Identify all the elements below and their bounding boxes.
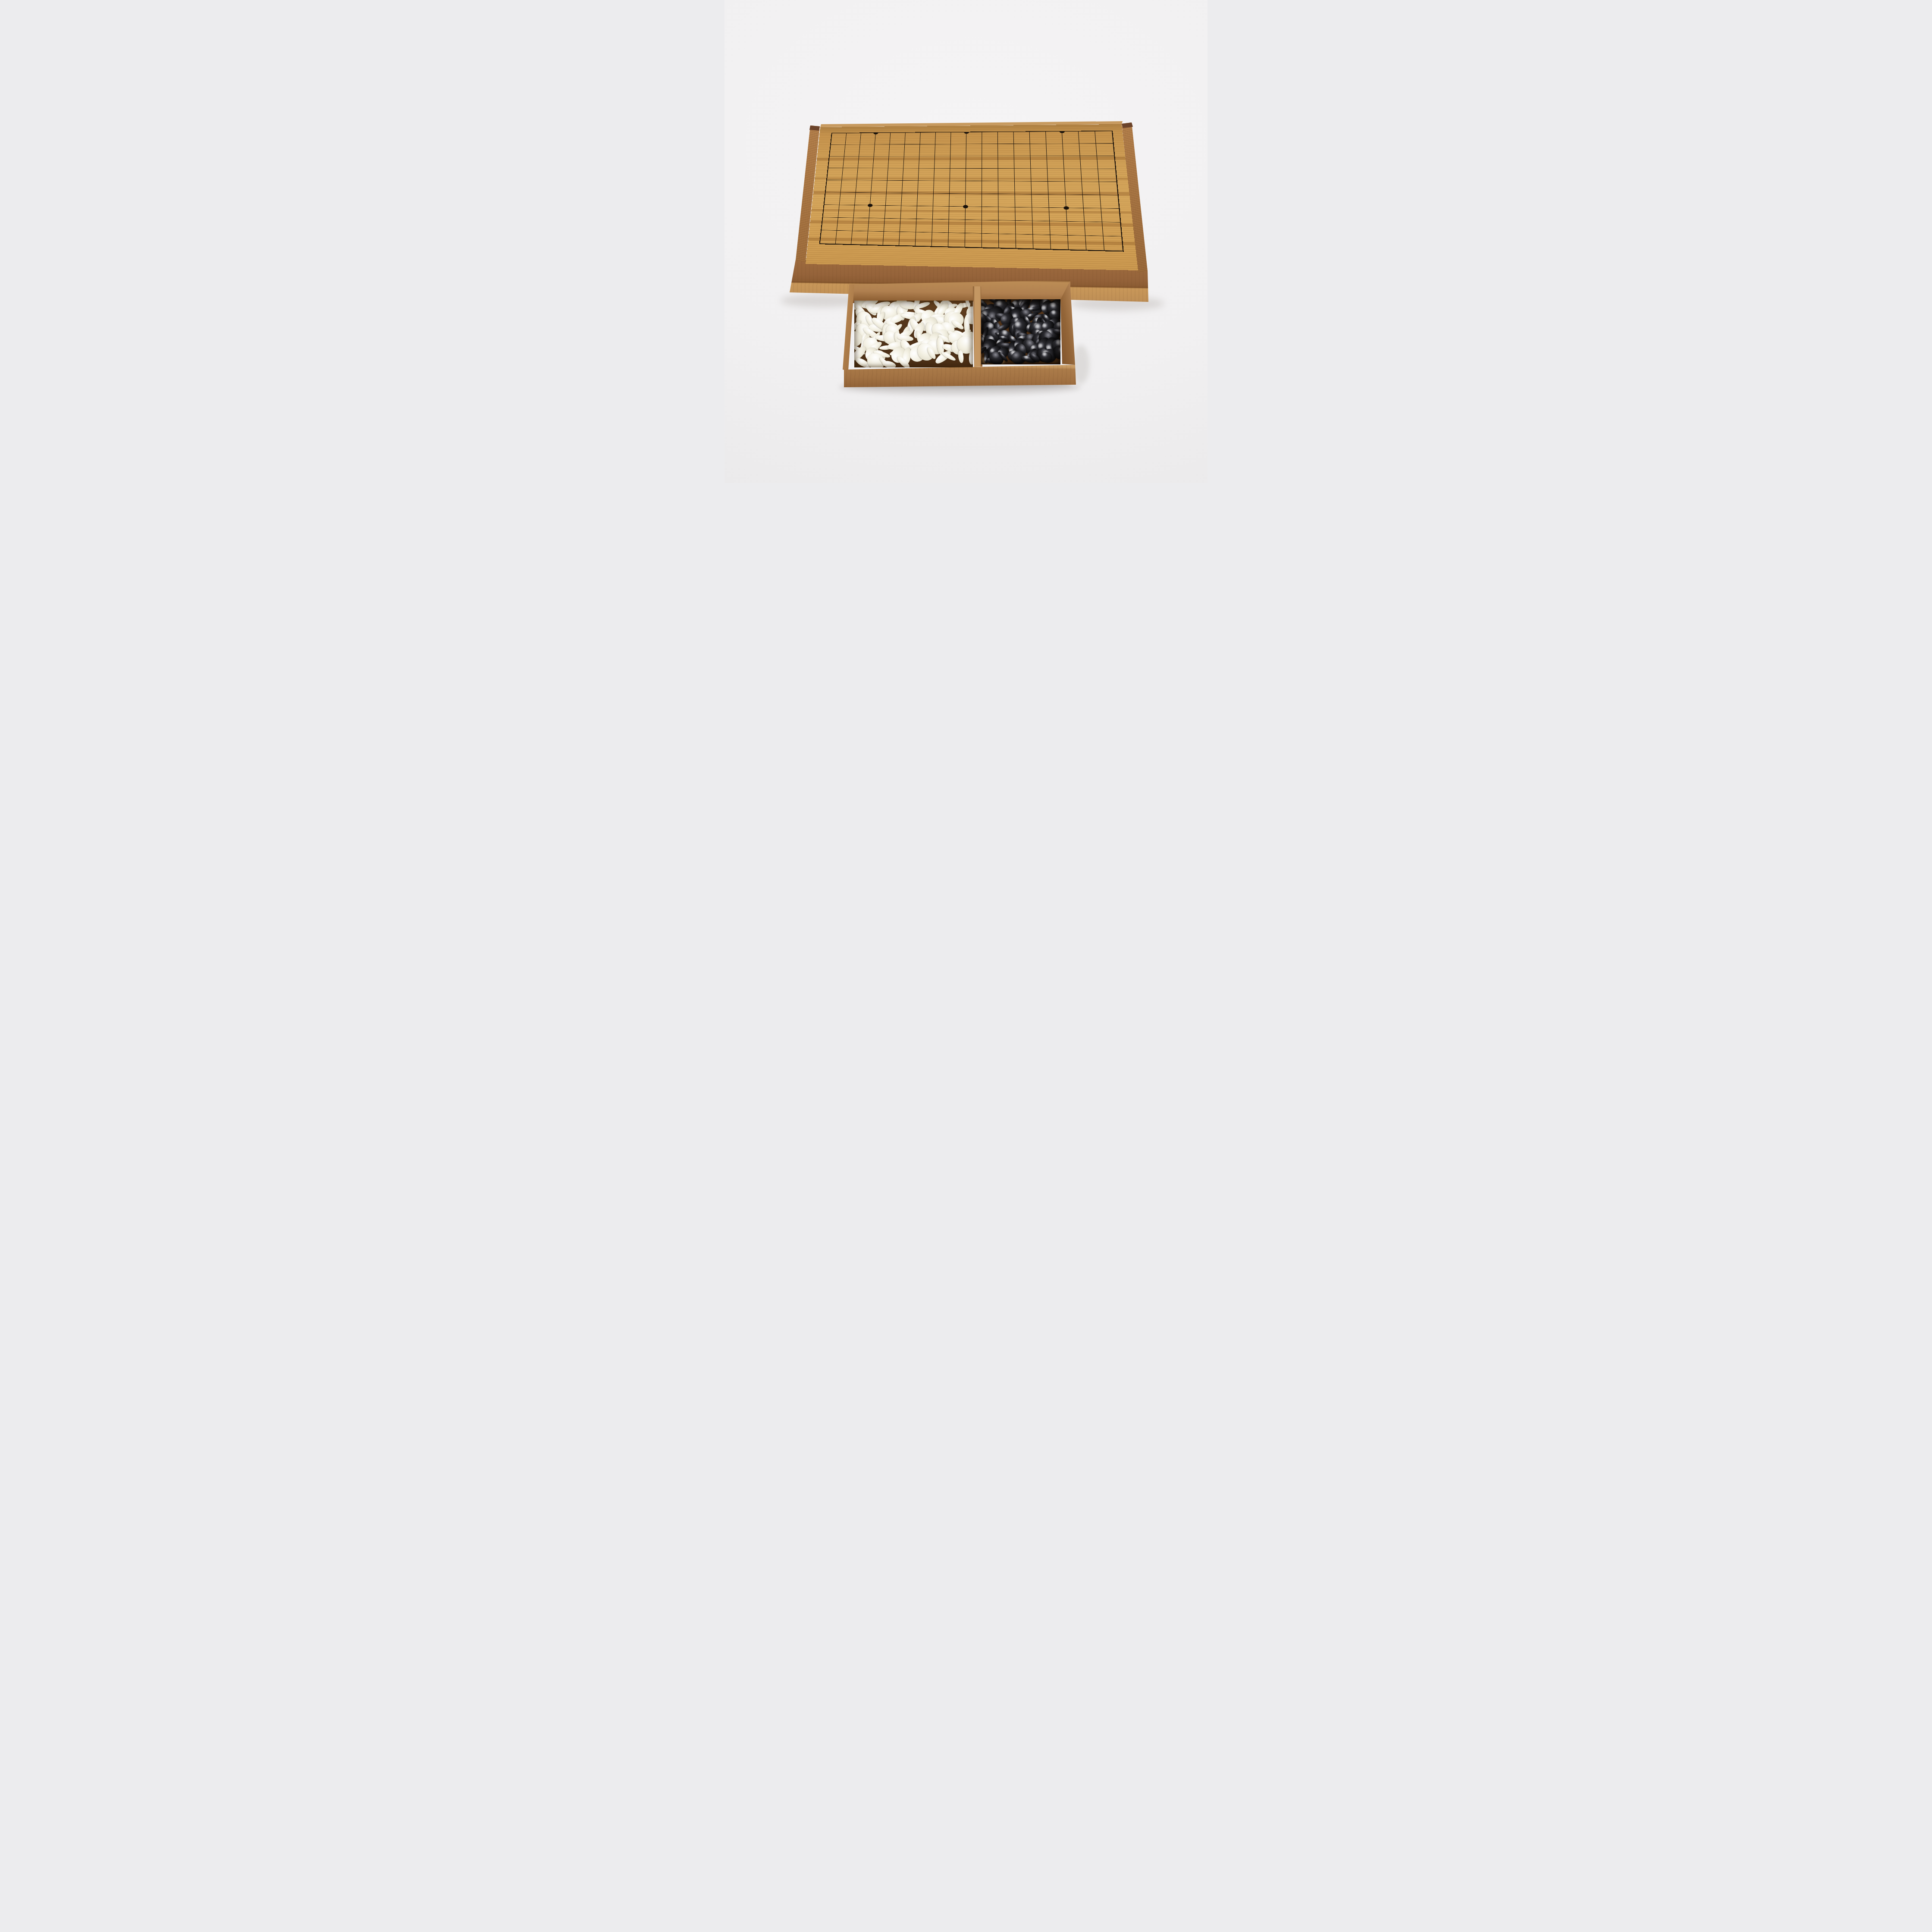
board-cell[interactable]: [901, 193, 918, 206]
board-cell[interactable]: [998, 181, 1015, 194]
go-set-photo: [724, 0, 1207, 483]
board-cell[interactable]: [823, 205, 839, 218]
board-cell[interactable]: [1015, 207, 1032, 221]
board-cell[interactable]: [1098, 169, 1117, 182]
board-cell[interactable]: [950, 169, 966, 181]
board-cell[interactable]: [1032, 194, 1049, 208]
board-cell[interactable]: [998, 169, 1015, 181]
board-cell[interactable]: [998, 156, 1014, 169]
board-cell[interactable]: [1032, 221, 1050, 235]
board-cell[interactable]: [1081, 169, 1099, 182]
board-cell[interactable]: [826, 180, 842, 193]
board-cell[interactable]: [886, 193, 902, 206]
board-cell[interactable]: [890, 133, 905, 144]
board-cell[interactable]: [887, 181, 903, 193]
board-cell[interactable]: [1063, 144, 1080, 156]
board-cell[interactable]: [856, 180, 872, 193]
board-cell[interactable]: [1048, 194, 1066, 208]
board-cell[interactable]: [920, 132, 935, 144]
board-cell[interactable]: [1033, 235, 1051, 249]
board-cell[interactable]: [851, 231, 868, 245]
board-cell[interactable]: [867, 231, 884, 245]
board-cell[interactable]: [998, 194, 1015, 207]
board-cell[interactable]: [873, 156, 889, 168]
board-cell[interactable]: [1014, 144, 1030, 157]
board-cell[interactable]: [1080, 156, 1098, 169]
board-cell[interactable]: [1016, 234, 1033, 248]
board-cell[interactable]: [822, 217, 838, 231]
board-cell[interactable]: [919, 168, 935, 181]
board-cell[interactable]: [966, 194, 982, 207]
board-cell[interactable]: [982, 207, 999, 220]
board-cell[interactable]: [1066, 208, 1085, 222]
board-cell[interactable]: [1085, 222, 1104, 236]
board-cell[interactable]: [1032, 207, 1050, 221]
board-cell[interactable]: [982, 220, 999, 234]
board-cell[interactable]: [966, 156, 982, 169]
board-cell[interactable]: [919, 156, 935, 168]
board-cell[interactable]: [1048, 182, 1066, 195]
board-cell[interactable]: [845, 133, 861, 145]
board-cell[interactable]: [1051, 235, 1069, 249]
board-cell[interactable]: [853, 218, 869, 231]
board-cell[interactable]: [1046, 132, 1063, 144]
board-cell[interactable]: [1063, 156, 1081, 169]
board-cell[interactable]: [918, 181, 934, 193]
board-cell[interactable]: [919, 144, 935, 157]
board-cell[interactable]: [869, 205, 885, 218]
board-cell[interactable]: [1030, 156, 1047, 169]
tray-left-compartment-white-stones[interactable]: [854, 301, 973, 367]
board-cell[interactable]: [1097, 156, 1115, 169]
board-cell[interactable]: [935, 156, 950, 168]
board-cell[interactable]: [842, 168, 858, 180]
board-cell[interactable]: [998, 144, 1014, 156]
board-cell[interactable]: [903, 168, 919, 181]
board-cell[interactable]: [982, 181, 998, 194]
board-cell[interactable]: [1015, 194, 1032, 207]
board-cell[interactable]: [1065, 182, 1083, 195]
board-cell[interactable]: [948, 233, 965, 247]
board-cell[interactable]: [904, 144, 920, 157]
board-cell[interactable]: [874, 144, 890, 156]
board-cell[interactable]: [1030, 132, 1047, 144]
board-cell[interactable]: [917, 193, 934, 206]
board-cell[interactable]: [1066, 194, 1084, 208]
board-cell[interactable]: [828, 156, 844, 168]
board-cell[interactable]: [998, 207, 1015, 220]
board-cell[interactable]: [1030, 144, 1047, 156]
board-cell[interactable]: [951, 132, 966, 144]
board-cell[interactable]: [889, 144, 905, 157]
board-cell[interactable]: [1068, 235, 1086, 250]
board-cell[interactable]: [982, 169, 998, 181]
board-cell[interactable]: [831, 133, 847, 145]
board-cell[interactable]: [885, 206, 901, 219]
board-cell[interactable]: [837, 218, 854, 231]
board-cell[interactable]: [950, 181, 966, 194]
board-cell[interactable]: [1031, 182, 1048, 194]
hoshi-point: [963, 205, 968, 208]
board-cell[interactable]: [830, 144, 846, 156]
board-cell[interactable]: [827, 168, 843, 180]
board-cell[interactable]: [934, 169, 950, 181]
board-cell[interactable]: [858, 156, 874, 168]
board-cell[interactable]: [1079, 144, 1097, 156]
board-cell[interactable]: [1095, 131, 1113, 144]
board-cell[interactable]: [855, 193, 871, 206]
board-cell[interactable]: [899, 232, 916, 246]
board-cell[interactable]: [916, 232, 932, 246]
board-cell[interactable]: [1050, 221, 1068, 235]
board-cell[interactable]: [1046, 144, 1063, 156]
board-cell[interactable]: [935, 144, 951, 156]
tray-right-compartment-black-stones[interactable]: [981, 299, 1060, 364]
board-cell[interactable]: [982, 234, 999, 248]
board-cell[interactable]: [1014, 132, 1030, 144]
board-cell[interactable]: [844, 144, 860, 156]
board-cell[interactable]: [1031, 169, 1048, 182]
board-cell[interactable]: [1101, 208, 1120, 222]
board-cell[interactable]: [1083, 195, 1101, 209]
board-cell[interactable]: [868, 218, 885, 232]
board-cell[interactable]: [860, 133, 875, 144]
board-cell[interactable]: [1014, 156, 1031, 169]
board-cell[interactable]: [1049, 208, 1067, 222]
board-cell[interactable]: [825, 192, 841, 205]
board-cell[interactable]: [949, 207, 966, 220]
board-cell[interactable]: [966, 181, 982, 194]
board-cell[interactable]: [838, 205, 855, 218]
board-cell[interactable]: [998, 132, 1014, 144]
board-cell[interactable]: [836, 231, 853, 244]
board-cell[interactable]: [859, 144, 875, 156]
board-cell[interactable]: [1047, 156, 1064, 169]
board-cell[interactable]: [888, 156, 904, 168]
board-cell[interactable]: [932, 219, 949, 233]
board-cell[interactable]: [933, 193, 950, 206]
board-cell[interactable]: [999, 220, 1016, 234]
board-cell[interactable]: [949, 220, 966, 233]
hoshi-point: [1063, 206, 1069, 210]
board-cell[interactable]: [982, 194, 998, 207]
board-cell[interactable]: [900, 219, 917, 232]
board-cell[interactable]: [966, 169, 982, 181]
go-board-grid[interactable]: [819, 131, 1124, 252]
board-cell[interactable]: [853, 205, 870, 218]
board-cell[interactable]: [933, 206, 949, 220]
board-cell[interactable]: [1014, 169, 1031, 182]
board-cell[interactable]: [1064, 169, 1082, 182]
board-cell[interactable]: [1084, 208, 1102, 222]
board-cell[interactable]: [966, 132, 982, 144]
board-cell[interactable]: [840, 192, 856, 205]
board-cell[interactable]: [950, 156, 966, 168]
board-cell[interactable]: [1100, 195, 1119, 209]
board-cell[interactable]: [1048, 169, 1065, 182]
board-cell[interactable]: [1016, 221, 1033, 235]
board-cell[interactable]: [841, 180, 857, 193]
board-cell[interactable]: [884, 219, 901, 232]
board-cell[interactable]: [1099, 182, 1118, 195]
board-cell[interactable]: [950, 144, 966, 156]
board-cell[interactable]: [1062, 132, 1079, 144]
board-cell[interactable]: [888, 168, 903, 181]
board-cell[interactable]: [905, 133, 920, 144]
board-cell[interactable]: [1067, 222, 1085, 236]
board-cell[interactable]: [883, 232, 900, 245]
board-cell[interactable]: [1015, 181, 1032, 194]
board-cell[interactable]: [982, 132, 998, 144]
board-cell[interactable]: [900, 206, 917, 219]
board-cell[interactable]: [965, 220, 982, 234]
board-cell[interactable]: [916, 219, 933, 232]
board-cell[interactable]: [1096, 144, 1114, 156]
board-cell[interactable]: [872, 168, 888, 180]
board-cell[interactable]: [903, 156, 919, 168]
board-cell[interactable]: [870, 193, 887, 206]
board-cell[interactable]: [966, 207, 982, 220]
board-cell[interactable]: [1102, 222, 1121, 236]
board-cell[interactable]: [1103, 236, 1123, 251]
board-cell[interactable]: [966, 144, 982, 156]
board-cell[interactable]: [857, 168, 873, 180]
board-cell[interactable]: [875, 133, 891, 144]
board-cell[interactable]: [934, 181, 950, 194]
board-cell[interactable]: [949, 194, 966, 207]
board-cell[interactable]: [932, 232, 949, 246]
board-cell[interactable]: [820, 230, 837, 244]
board-cell[interactable]: [965, 233, 982, 248]
board-cell[interactable]: [982, 156, 998, 169]
board-cell[interactable]: [871, 180, 888, 193]
board-cell[interactable]: [1079, 131, 1096, 144]
board-cell[interactable]: [1082, 182, 1100, 195]
board-cell[interactable]: [999, 234, 1016, 248]
board-cell[interactable]: [902, 181, 919, 193]
board-cell[interactable]: [1085, 236, 1104, 251]
board-cell[interactable]: [935, 132, 951, 144]
board-cell[interactable]: [916, 206, 933, 220]
board-cell[interactable]: [843, 156, 859, 168]
board-cell[interactable]: [982, 144, 998, 156]
